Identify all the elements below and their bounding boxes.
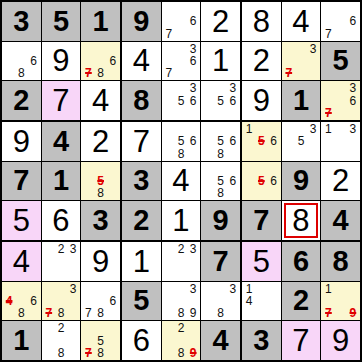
eliminated-candidate: 7 (82, 347, 94, 359)
solved-digit: 2 (92, 126, 109, 157)
cell-r4c3[interactable]: 2 (81, 122, 120, 161)
cell-r2c5[interactable]: 367 (162, 42, 201, 81)
cell-r6c1[interactable]: 5 (2, 201, 41, 240)
eliminated-candidate: 7 (82, 67, 94, 79)
solved-digit: 2 (332, 165, 349, 196)
box-8: 123753893862894 (122, 242, 240, 360)
solved-digit: 4 (133, 45, 150, 76)
pencil-marks: 58 (82, 163, 119, 200)
box-3: 8467237591367 (242, 2, 360, 120)
cell-r8c2[interactable]: 378 (42, 282, 81, 321)
candidate: 5 (95, 335, 107, 347)
candidate: 5 (175, 95, 187, 107)
solved-digit: 1 (133, 246, 150, 277)
pencil-marks: 389 (163, 283, 200, 320)
given-digit: 4 (213, 326, 229, 355)
cell-r3c8[interactable]: 1 (282, 81, 321, 120)
solved-digit: 9 (92, 246, 109, 277)
solved-digit: 9 (332, 325, 349, 356)
candidate: 6 (187, 135, 199, 147)
cell-r8c5[interactable]: 389 (162, 282, 201, 321)
pencil-marks: 156 (243, 123, 280, 160)
candidate: 3 (187, 243, 199, 255)
cell-r7c7[interactable]: 5 (242, 242, 281, 281)
solved-digit: 6 (52, 205, 69, 236)
candidate: 5 (215, 135, 227, 147)
candidate: 2 (55, 243, 67, 255)
given-digit: 8 (133, 86, 149, 115)
candidate: 4 (243, 295, 255, 307)
cell-r7c1[interactable]: 4 (2, 242, 41, 281)
pencil-marks: 67 (163, 3, 200, 40)
cell-r4c7[interactable]: 156 (242, 122, 281, 161)
cell-r2c4[interactable]: 4 (122, 42, 161, 81)
cell-r3c2[interactable]: 7 (42, 81, 81, 120)
candidate: 3 (227, 82, 239, 94)
given-digit: 3 (253, 326, 269, 355)
box-5: 756856834568219 (122, 122, 240, 240)
candidate: 5 (215, 95, 227, 107)
candidate: 8 (15, 67, 27, 79)
cell-r9c7[interactable]: 3 (242, 321, 281, 360)
given-digit: 5 (53, 7, 69, 36)
cell-r1c9[interactable]: 67 (321, 2, 360, 41)
cell-r2c3[interactable]: 678 (81, 42, 120, 81)
cell-r8c1[interactable]: 468 (2, 282, 41, 321)
cell-r5c8[interactable]: 9 (282, 162, 321, 201)
given-digit: 1 (293, 86, 309, 115)
given-digit: 2 (13, 86, 29, 115)
candidate: 3 (187, 82, 199, 94)
candidate: 8 (215, 187, 227, 199)
box-9: 568142179379 (242, 242, 360, 360)
cell-r7c5[interactable]: 23 (162, 242, 201, 281)
cell-r3c1[interactable]: 2 (2, 81, 41, 120)
candidate: 6 (107, 295, 119, 307)
cell-r1c2[interactable]: 5 (42, 2, 81, 41)
pencil-marks: 356 (163, 82, 200, 119)
cell-r7c3[interactable]: 9 (81, 242, 120, 281)
candidate: 8 (215, 147, 227, 159)
cell-r3c6[interactable]: 356 (201, 81, 240, 120)
cell-r8c7[interactable]: 14 (242, 282, 281, 321)
solved-digit: 5 (13, 205, 30, 236)
box-4: 9427158563 (2, 122, 120, 240)
cell-r9c4[interactable]: 6 (122, 321, 161, 360)
cell-r6c8[interactable]: 8 (282, 201, 321, 240)
pencil-marks: 23 (43, 243, 80, 280)
given-digit: 3 (13, 7, 29, 36)
pencil-marks: 23 (163, 243, 200, 280)
solved-digit: 6 (133, 325, 150, 356)
solved-digit: 8 (253, 6, 270, 37)
eliminated-candidate: 5 (255, 175, 267, 187)
candidate: 6 (227, 135, 239, 147)
cell-r6c4[interactable]: 2 (122, 201, 161, 240)
solved-digit: 4 (172, 165, 189, 196)
given-digit: 1 (93, 7, 109, 36)
given-digit: 4 (53, 127, 69, 156)
cell-r6c3[interactable]: 3 (81, 201, 120, 240)
cell-r2c7[interactable]: 2 (242, 42, 281, 81)
pencil-marks: 37 (283, 43, 320, 80)
cell-r6c5[interactable]: 1 (162, 201, 201, 240)
eliminated-candidate: 7 (322, 307, 334, 319)
candidate: 9 (187, 307, 199, 319)
given-digit: 7 (13, 166, 29, 195)
candidate: 1 (322, 283, 334, 295)
pencil-marks: 289 (163, 322, 200, 359)
eliminated-candidate: 9 (347, 307, 359, 319)
cell-r1c3[interactable]: 1 (81, 2, 120, 41)
box-1: 351689678274 (2, 2, 120, 120)
candidate: 8 (175, 147, 187, 159)
pencil-marks: 38 (202, 283, 239, 320)
given-digit: 7 (213, 247, 229, 276)
candidate: 8 (15, 307, 27, 319)
eliminated-candidate: 5 (255, 135, 267, 147)
solved-digit: 5 (253, 246, 270, 277)
solved-digit: 9 (52, 45, 69, 76)
solved-digit: 9 (13, 126, 30, 157)
cell-r4c1[interactable]: 9 (2, 122, 41, 161)
given-digit: 4 (333, 206, 349, 235)
candidate: 1 (322, 123, 334, 135)
candidate: 8 (215, 307, 227, 319)
candidate: 3 (67, 283, 79, 295)
cell-r8c9[interactable]: 179 (321, 282, 360, 321)
solved-digit: 7 (292, 325, 309, 356)
given-digit: 2 (133, 206, 149, 235)
candidate: 3 (347, 82, 359, 94)
cell-r5c4[interactable]: 3 (122, 162, 161, 201)
given-digit: 1 (13, 326, 29, 355)
solved-digit: 4 (92, 85, 109, 116)
eliminated-candidate: 7 (283, 67, 295, 79)
pencil-marks: 678 (82, 43, 119, 80)
cell-r9c9[interactable]: 9 (321, 321, 360, 360)
cell-r3c3[interactable]: 4 (81, 81, 120, 120)
candidate: 6 (227, 175, 239, 187)
cell-r1c7[interactable]: 8 (242, 2, 281, 41)
cell-r9c8[interactable]: 7 (282, 321, 321, 360)
candidate: 7 (82, 307, 94, 319)
given-digit: 1 (53, 166, 69, 195)
cell-r3c9[interactable]: 367 (321, 81, 360, 120)
cell-r2c2[interactable]: 9 (42, 42, 81, 81)
given-digit: 2 (293, 286, 309, 315)
candidate: 3 (307, 43, 319, 55)
candidate: 2 (175, 243, 187, 255)
eliminated-candidate: 7 (43, 307, 55, 319)
candidate: 7 (163, 67, 175, 79)
candidate: 6 (27, 295, 39, 307)
solved-digit: 8 (292, 205, 309, 236)
cell-r6c7[interactable]: 7 (242, 201, 281, 240)
cell-r3c7[interactable]: 9 (242, 81, 281, 120)
candidate: 2 (55, 322, 67, 334)
given-digit: 9 (133, 7, 149, 36)
candidate: 6 (347, 15, 359, 27)
pencil-marks: 179 (322, 283, 359, 320)
candidate: 8 (55, 347, 67, 359)
pencil-marks: 13 (322, 123, 359, 160)
cell-r5c9[interactable]: 2 (321, 162, 360, 201)
cell-r4c5[interactable]: 568 (162, 122, 201, 161)
cell-r5c5[interactable]: 4 (162, 162, 201, 201)
pencil-marks: 35 (283, 123, 320, 160)
pencil-marks: 68 (3, 43, 40, 80)
solved-digit: 7 (52, 85, 69, 116)
given-digit: 3 (93, 206, 109, 235)
cell-r6c2[interactable]: 6 (42, 201, 81, 240)
given-digit: 6 (293, 247, 309, 276)
cell-r4c6[interactable]: 568 (201, 122, 240, 161)
box-6: 15635135692784 (242, 122, 360, 240)
solved-digit: 2 (212, 6, 229, 37)
cell-r9c2[interactable]: 28 (42, 321, 81, 360)
pencil-marks: 67 (322, 3, 359, 40)
solved-digit: 9 (253, 85, 270, 116)
candidate: 6 (347, 95, 359, 107)
candidate: 8 (55, 307, 67, 319)
pencil-marks: 367 (163, 43, 200, 80)
cell-r1c6[interactable]: 2 (201, 2, 240, 41)
cell-r8c3[interactable]: 678 (81, 282, 120, 321)
given-digit: 8 (333, 247, 349, 276)
pencil-marks: 356 (202, 82, 239, 119)
given-digit: 5 (333, 46, 349, 75)
solved-digit: 7 (133, 126, 150, 157)
candidate: 5 (295, 135, 307, 147)
candidate: 6 (187, 95, 199, 107)
cell-r5c1[interactable]: 7 (2, 162, 41, 201)
pencil-marks: 568 (202, 163, 239, 200)
cell-r3c4[interactable]: 8 (122, 81, 161, 120)
pencil-marks: 367 (322, 82, 359, 119)
candidate: 8 (95, 67, 107, 79)
solved-digit: 1 (212, 45, 229, 76)
candidate: 8 (175, 307, 187, 319)
cell-r5c7[interactable]: 56 (242, 162, 281, 201)
cell-r8c6[interactable]: 38 (201, 282, 240, 321)
pencil-marks: 468 (3, 283, 40, 320)
pencil-marks: 578 (82, 322, 119, 359)
candidate: 6 (27, 55, 39, 67)
cell-r6c6[interactable]: 9 (201, 201, 240, 240)
cell-r2c8[interactable]: 37 (282, 42, 321, 81)
box-7: 4239468378678128578 (2, 242, 120, 360)
candidate: 8 (175, 347, 187, 359)
candidate: 3 (227, 283, 239, 295)
solved-digit: 1 (172, 205, 189, 236)
cell-r4c4[interactable]: 7 (122, 122, 161, 161)
cell-r4c8[interactable]: 35 (282, 122, 321, 161)
candidate: 8 (95, 347, 107, 359)
cell-r5c3[interactable]: 58 (81, 162, 120, 201)
cell-r1c4[interactable]: 9 (122, 2, 161, 41)
pencil-marks: 678 (82, 283, 119, 320)
candidate: 3 (307, 123, 319, 135)
given-digit: 3 (133, 166, 149, 195)
cell-r7c2[interactable]: 23 (42, 242, 81, 281)
candidate: 6 (267, 175, 279, 187)
eliminated-candidate: 9 (187, 347, 199, 359)
candidate: 6 (267, 135, 279, 147)
pencil-marks: 378 (43, 283, 80, 320)
cell-r7c9[interactable]: 8 (321, 242, 360, 281)
pencil-marks: 568 (202, 123, 239, 160)
pencil-marks: 568 (163, 123, 200, 160)
candidate: 2 (175, 322, 187, 334)
cell-r3c5[interactable]: 356 (162, 81, 201, 120)
cell-r4c9[interactable]: 13 (321, 122, 360, 161)
given-digit: 5 (133, 286, 149, 315)
candidate: 6 (107, 55, 119, 67)
eliminated-candidate: 7 (322, 107, 334, 119)
candidate: 8 (95, 187, 107, 199)
candidate: 6 (187, 15, 199, 27)
cell-r2c6[interactable]: 1 (201, 42, 240, 81)
given-digit: 7 (253, 206, 269, 235)
cell-r9c6[interactable]: 4 (201, 321, 240, 360)
candidate: 6 (227, 95, 239, 107)
candidate: 3 (67, 243, 79, 255)
cell-r7c8[interactable]: 6 (282, 242, 321, 281)
candidate: 6 (187, 55, 199, 67)
box-2: 9672436718356356 (122, 2, 240, 120)
candidate: 7 (322, 27, 334, 39)
eliminated-candidate: 4 (3, 295, 15, 307)
cell-r9c1[interactable]: 1 (2, 321, 41, 360)
cell-r7c6[interactable]: 7 (201, 242, 240, 281)
cell-r7c4[interactable]: 1 (122, 242, 161, 281)
solved-digit: 4 (292, 6, 309, 37)
candidate: 8 (95, 307, 107, 319)
pencil-marks: 28 (43, 322, 80, 359)
candidate: 7 (163, 27, 175, 39)
cell-r8c4[interactable]: 5 (122, 282, 161, 321)
candidate: 3 (347, 123, 359, 135)
pencil-marks: 14 (243, 283, 280, 320)
cell-r2c1[interactable]: 68 (2, 42, 41, 81)
cell-r9c5[interactable]: 289 (162, 321, 201, 360)
cell-r1c8[interactable]: 4 (282, 2, 321, 41)
cell-r5c2[interactable]: 1 (42, 162, 81, 201)
candidate: 1 (243, 123, 255, 135)
cell-r2c9[interactable]: 5 (321, 42, 360, 81)
cell-r9c3[interactable]: 578 (81, 321, 120, 360)
solved-digit: 4 (13, 246, 30, 277)
cell-r4c2[interactable]: 4 (42, 122, 81, 161)
given-digit: 9 (213, 206, 229, 235)
cell-r5c6[interactable]: 568 (201, 162, 240, 201)
cell-r1c5[interactable]: 67 (162, 2, 201, 41)
cell-r6c9[interactable]: 4 (321, 201, 360, 240)
candidate: 5 (175, 135, 187, 147)
solved-digit: 2 (253, 45, 270, 76)
cell-r1c1[interactable]: 3 (2, 2, 41, 41)
candidate: 3 (187, 283, 199, 295)
pencil-marks: 56 (243, 163, 280, 200)
cell-r8c8[interactable]: 2 (282, 282, 321, 321)
sudoku-board: 3516896782749672436718356356846723759136… (0, 0, 362, 362)
given-digit: 9 (293, 166, 309, 195)
